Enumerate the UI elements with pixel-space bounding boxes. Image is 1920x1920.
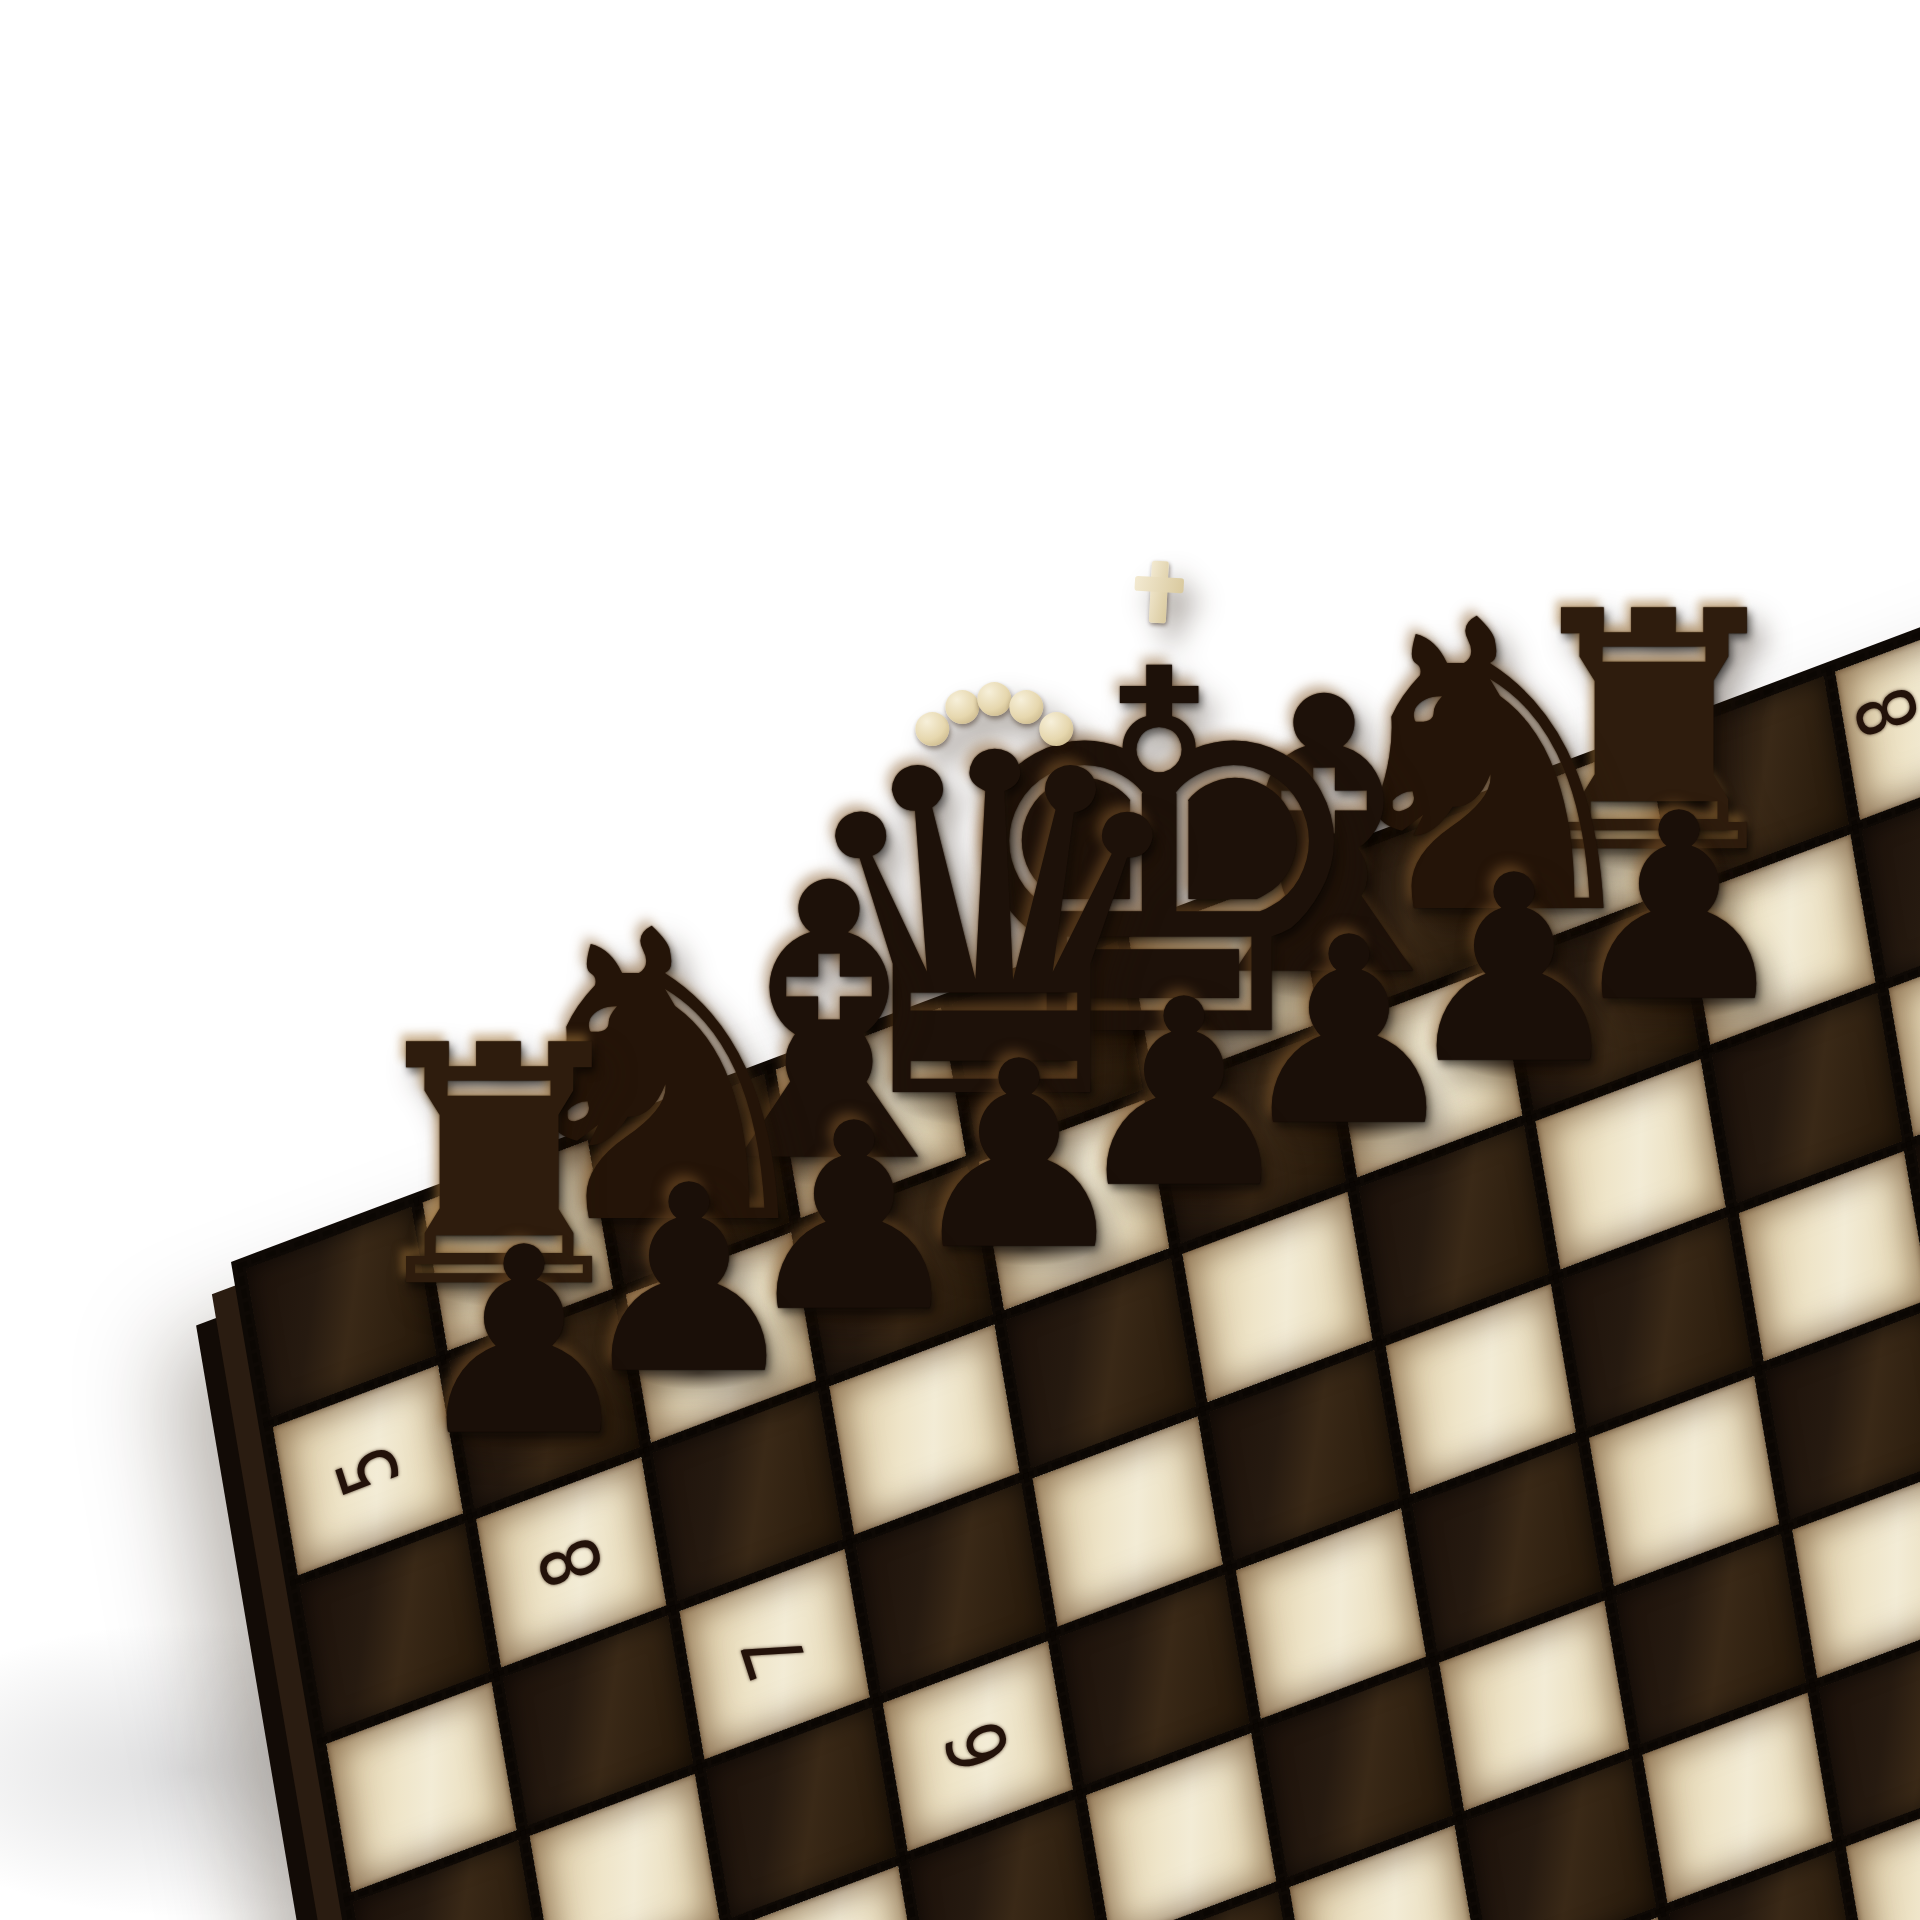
chess-set-photo: 8567876 ♜♞♝♛♚♝♞♜♟♟♟♟♟♟♟♟: [0, 0, 1920, 1920]
king-cross-finial: [1149, 561, 1169, 624]
crown-bead: [977, 682, 1011, 716]
burned-rank-digit: 7: [723, 1616, 825, 1692]
crown-bead: [945, 690, 979, 724]
crown-bead: [1009, 690, 1043, 724]
piece-black-pawn: ♟: [408, 1214, 639, 1472]
burned-rank-digit: 5: [317, 1432, 419, 1508]
board-square-light: 8: [1835, 610, 1920, 820]
burned-rank-digit: 8: [520, 1524, 622, 1600]
crown-bead: [1039, 712, 1073, 746]
crown-bead: [915, 712, 949, 746]
burned-rank-digit: 6: [927, 1708, 1029, 1784]
burned-rank-digit: 8: [1836, 674, 1920, 750]
